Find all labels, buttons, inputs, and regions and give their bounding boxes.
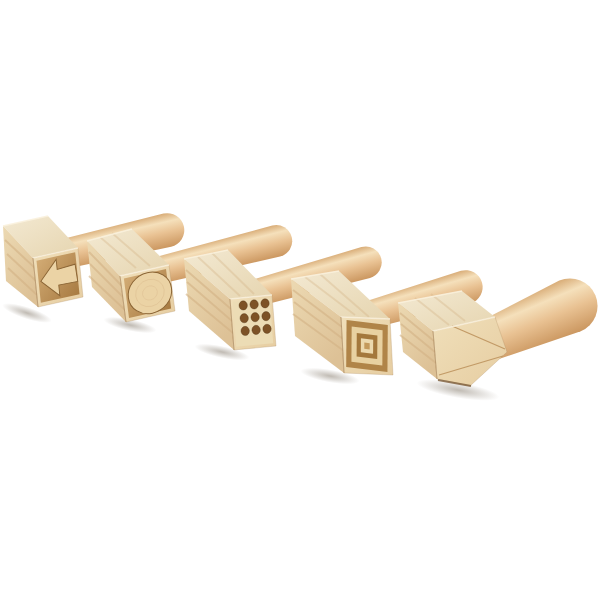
arrow-pattern [37,252,80,303]
dot-grid-pattern [233,298,273,346]
squares-pattern [344,320,391,372]
product-photo [0,0,600,600]
square-center [364,343,369,350]
photo-canvas [0,0,600,600]
